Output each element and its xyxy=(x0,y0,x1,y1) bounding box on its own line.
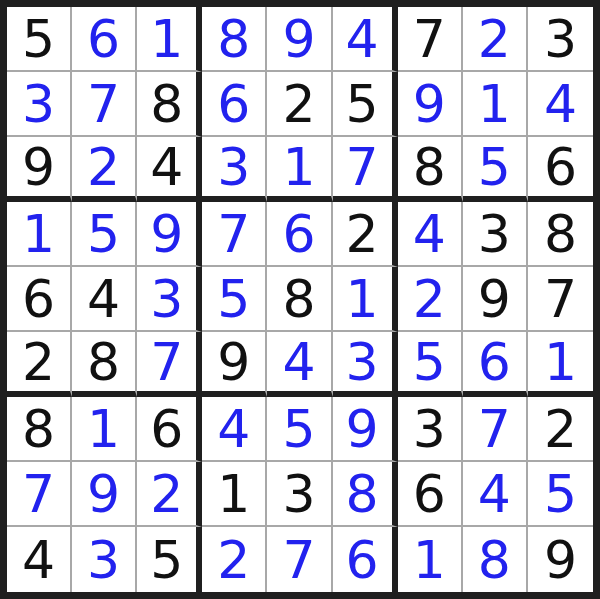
cell-r7c6[interactable]: 9 xyxy=(333,397,398,462)
cell-r6c4[interactable]: 9 xyxy=(202,332,267,397)
given-digit: 2 xyxy=(544,403,577,455)
cell-r7c2[interactable]: 1 xyxy=(72,397,137,462)
given-digit: 8 xyxy=(413,141,446,193)
solved-digit: 7 xyxy=(478,403,511,455)
given-digit: 6 xyxy=(150,403,183,455)
cell-r2c7[interactable]: 9 xyxy=(398,72,463,137)
solved-digit: 2 xyxy=(217,534,250,586)
given-digit: 7 xyxy=(544,273,577,325)
cell-r8c7[interactable]: 6 xyxy=(398,462,463,527)
cell-r9c2[interactable]: 3 xyxy=(72,527,137,592)
solved-digit: 6 xyxy=(87,13,120,65)
cell-r8c6[interactable]: 8 xyxy=(333,462,398,527)
cell-r4c1[interactable]: 1 xyxy=(7,202,72,267)
solved-digit: 2 xyxy=(413,273,446,325)
given-digit: 9 xyxy=(22,141,55,193)
solved-digit: 5 xyxy=(478,141,511,193)
solved-digit: 9 xyxy=(282,13,315,65)
cell-r5c9[interactable]: 7 xyxy=(528,267,593,332)
solved-digit: 7 xyxy=(217,208,250,260)
cell-r5c1[interactable]: 6 xyxy=(7,267,72,332)
cell-r5c5[interactable]: 8 xyxy=(267,267,332,332)
solved-digit: 8 xyxy=(346,468,379,520)
solved-digit: 6 xyxy=(478,336,511,388)
cell-r1c1[interactable]: 5 xyxy=(7,7,72,72)
cell-r6c7[interactable]: 5 xyxy=(398,332,463,397)
given-digit: 8 xyxy=(87,336,120,388)
cell-r4c7[interactable]: 4 xyxy=(398,202,463,267)
cell-r5c6[interactable]: 1 xyxy=(333,267,398,332)
cell-r3c3[interactable]: 4 xyxy=(137,137,202,202)
solved-digit: 4 xyxy=(217,403,250,455)
cell-r2c6[interactable]: 5 xyxy=(333,72,398,137)
cell-r4c6[interactable]: 2 xyxy=(333,202,398,267)
cell-r6c3[interactable]: 7 xyxy=(137,332,202,397)
cell-r1c5[interactable]: 9 xyxy=(267,7,332,72)
solved-digit: 2 xyxy=(87,141,120,193)
given-digit: 3 xyxy=(478,208,511,260)
cell-r3c5[interactable]: 1 xyxy=(267,137,332,202)
cell-r8c9[interactable]: 5 xyxy=(528,462,593,527)
given-digit: 3 xyxy=(282,468,315,520)
cell-r4c8[interactable]: 3 xyxy=(463,202,528,267)
solved-digit: 7 xyxy=(282,534,315,586)
cell-r1c2[interactable]: 6 xyxy=(72,7,137,72)
solved-digit: 7 xyxy=(87,78,120,130)
cell-r9c3[interactable]: 5 xyxy=(137,527,202,592)
solved-digit: 9 xyxy=(87,468,120,520)
cell-r3c6[interactable]: 7 xyxy=(333,137,398,202)
solved-digit: 6 xyxy=(282,208,315,260)
cell-r5c8[interactable]: 9 xyxy=(463,267,528,332)
solved-digit: 1 xyxy=(544,336,577,388)
cell-r1c3[interactable]: 1 xyxy=(137,7,202,72)
cell-r5c2[interactable]: 4 xyxy=(72,267,137,332)
given-digit: 3 xyxy=(544,13,577,65)
cell-r6c9[interactable]: 1 xyxy=(528,332,593,397)
cell-r8c8[interactable]: 4 xyxy=(463,462,528,527)
cell-r3c1[interactable]: 9 xyxy=(7,137,72,202)
cell-r1c4[interactable]: 8 xyxy=(202,7,267,72)
solved-digit: 9 xyxy=(413,78,446,130)
given-digit: 2 xyxy=(282,78,315,130)
cell-r2c4[interactable]: 6 xyxy=(202,72,267,137)
cell-r7c5[interactable]: 5 xyxy=(267,397,332,462)
cell-r6c6[interactable]: 3 xyxy=(333,332,398,397)
solved-digit: 5 xyxy=(282,403,315,455)
given-digit: 5 xyxy=(346,78,379,130)
cell-r3c4[interactable]: 3 xyxy=(202,137,267,202)
given-digit: 5 xyxy=(22,13,55,65)
cell-r1c6[interactable]: 4 xyxy=(333,7,398,72)
cell-r4c5[interactable]: 6 xyxy=(267,202,332,267)
cell-r9c9[interactable]: 9 xyxy=(528,527,593,592)
given-digit: 9 xyxy=(478,273,511,325)
solved-digit: 5 xyxy=(544,468,577,520)
cell-r7c3[interactable]: 6 xyxy=(137,397,202,462)
solved-digit: 1 xyxy=(346,273,379,325)
cell-r7c7[interactable]: 3 xyxy=(398,397,463,462)
given-digit: 8 xyxy=(150,78,183,130)
cell-r6c5[interactable]: 4 xyxy=(267,332,332,397)
cell-r6c1[interactable]: 2 xyxy=(7,332,72,397)
cell-r5c4[interactable]: 5 xyxy=(202,267,267,332)
solved-digit: 2 xyxy=(150,468,183,520)
given-digit: 4 xyxy=(87,273,120,325)
cell-r5c3[interactable]: 3 xyxy=(137,267,202,332)
solved-digit: 1 xyxy=(282,141,315,193)
solved-digit: 7 xyxy=(150,336,183,388)
cell-r8c4[interactable]: 1 xyxy=(202,462,267,527)
cell-r1c9[interactable]: 3 xyxy=(528,7,593,72)
cell-r3c8[interactable]: 5 xyxy=(463,137,528,202)
solved-digit: 1 xyxy=(413,534,446,586)
solved-digit: 3 xyxy=(87,534,120,586)
cell-r7c9[interactable]: 2 xyxy=(528,397,593,462)
sudoku-board: 5618947233786259149243178561597624386435… xyxy=(0,0,600,599)
cell-r9c1[interactable]: 4 xyxy=(7,527,72,592)
given-digit: 8 xyxy=(544,208,577,260)
solved-digit: 4 xyxy=(282,336,315,388)
given-digit: 4 xyxy=(150,141,183,193)
cell-r4c4[interactable]: 7 xyxy=(202,202,267,267)
cell-r1c8[interactable]: 2 xyxy=(463,7,528,72)
solved-digit: 1 xyxy=(87,403,120,455)
solved-digit: 3 xyxy=(150,273,183,325)
given-digit: 3 xyxy=(413,403,446,455)
cell-r3c9[interactable]: 6 xyxy=(528,137,593,202)
solved-digit: 5 xyxy=(217,273,250,325)
solved-digit: 4 xyxy=(544,78,577,130)
solved-digit: 5 xyxy=(87,208,120,260)
solved-digit: 9 xyxy=(346,403,379,455)
cell-r6c2[interactable]: 8 xyxy=(72,332,137,397)
cell-r9c7[interactable]: 1 xyxy=(398,527,463,592)
solved-digit: 3 xyxy=(346,336,379,388)
given-digit: 7 xyxy=(413,13,446,65)
cell-r7c4[interactable]: 4 xyxy=(202,397,267,462)
cell-r2c8[interactable]: 1 xyxy=(463,72,528,137)
given-digit: 9 xyxy=(217,336,250,388)
given-digit: 2 xyxy=(346,208,379,260)
cell-r7c1[interactable]: 8 xyxy=(7,397,72,462)
solved-digit: 8 xyxy=(478,534,511,586)
cell-r2c5[interactable]: 2 xyxy=(267,72,332,137)
cell-r8c2[interactable]: 9 xyxy=(72,462,137,527)
given-digit: 4 xyxy=(22,534,55,586)
cell-r2c2[interactable]: 7 xyxy=(72,72,137,137)
cell-r2c1[interactable]: 3 xyxy=(7,72,72,137)
cell-r3c7[interactable]: 8 xyxy=(398,137,463,202)
solved-digit: 7 xyxy=(22,468,55,520)
solved-digit: 6 xyxy=(346,534,379,586)
cell-r4c3[interactable]: 9 xyxy=(137,202,202,267)
cell-r8c5[interactable]: 3 xyxy=(267,462,332,527)
solved-digit: 4 xyxy=(478,468,511,520)
cell-r8c1[interactable]: 7 xyxy=(7,462,72,527)
cell-r2c3[interactable]: 8 xyxy=(137,72,202,137)
given-digit: 1 xyxy=(217,468,250,520)
cell-r9c6[interactable]: 6 xyxy=(333,527,398,592)
solved-digit: 5 xyxy=(413,336,446,388)
solved-digit: 4 xyxy=(346,13,379,65)
cell-r9c5[interactable]: 7 xyxy=(267,527,332,592)
solved-digit: 1 xyxy=(22,208,55,260)
given-digit: 6 xyxy=(413,468,446,520)
cell-r2c9[interactable]: 4 xyxy=(528,72,593,137)
solved-digit: 4 xyxy=(413,208,446,260)
cell-r7c8[interactable]: 7 xyxy=(463,397,528,462)
cell-r9c4[interactable]: 2 xyxy=(202,527,267,592)
solved-digit: 7 xyxy=(346,141,379,193)
given-digit: 5 xyxy=(150,534,183,586)
solved-digit: 3 xyxy=(217,141,250,193)
solved-digit: 6 xyxy=(217,78,250,130)
solved-digit: 2 xyxy=(478,13,511,65)
solved-digit: 1 xyxy=(150,13,183,65)
solved-digit: 3 xyxy=(22,78,55,130)
cell-r1c7[interactable]: 7 xyxy=(398,7,463,72)
cell-r4c2[interactable]: 5 xyxy=(72,202,137,267)
cell-r6c8[interactable]: 6 xyxy=(463,332,528,397)
cell-r9c8[interactable]: 8 xyxy=(463,527,528,592)
solved-digit: 8 xyxy=(217,13,250,65)
given-digit: 6 xyxy=(22,273,55,325)
cell-r8c3[interactable]: 2 xyxy=(137,462,202,527)
cell-r4c9[interactable]: 8 xyxy=(528,202,593,267)
cell-r5c7[interactable]: 2 xyxy=(398,267,463,332)
given-digit: 6 xyxy=(544,141,577,193)
given-digit: 2 xyxy=(22,336,55,388)
given-digit: 9 xyxy=(544,534,577,586)
solved-digit: 1 xyxy=(478,78,511,130)
cell-r3c2[interactable]: 2 xyxy=(72,137,137,202)
given-digit: 8 xyxy=(282,273,315,325)
given-digit: 8 xyxy=(22,403,55,455)
solved-digit: 9 xyxy=(150,208,183,260)
